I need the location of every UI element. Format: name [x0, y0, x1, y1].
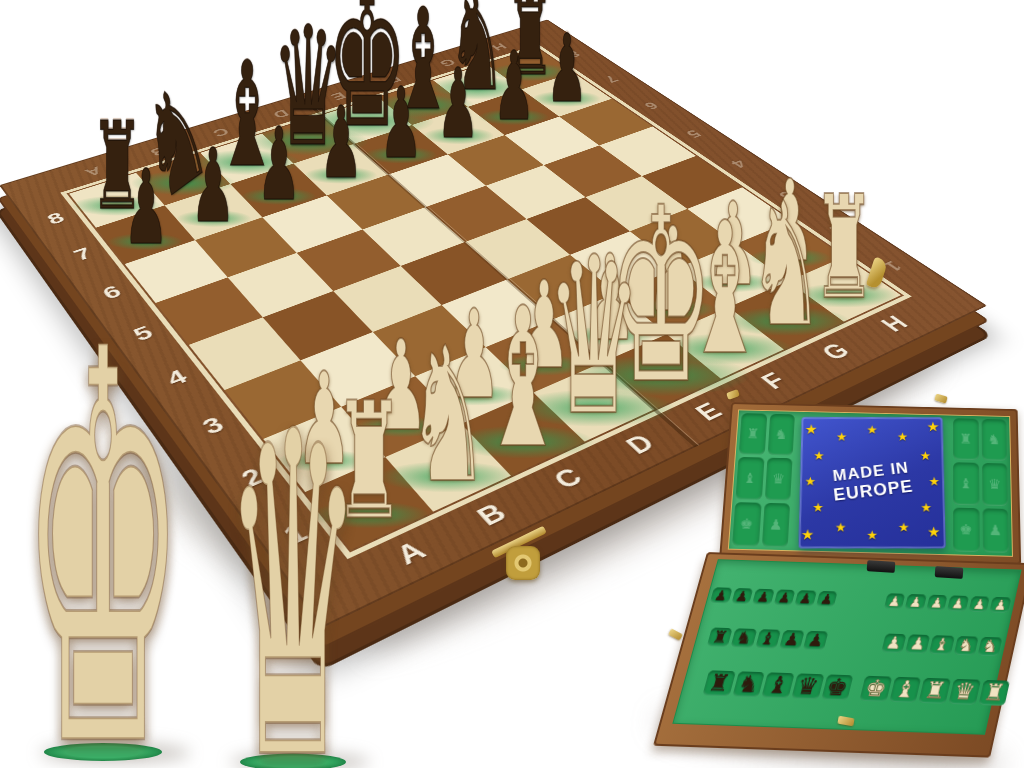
- tray-divider: [837, 607, 881, 609]
- tray-dark-piece: ♟: [731, 588, 753, 604]
- tray-light-piece: ♞: [977, 636, 1002, 655]
- lid-piece-slot: ♛: [764, 458, 792, 501]
- tray-felt: ♟♟♟♟♟♟♟♟♟♟♟♟♜♞♝♟♟♟♟♝♞♞♜♞♝♛♚♚♝♜♛♜: [672, 559, 1021, 735]
- tray-light-piece: ♜: [978, 680, 1010, 706]
- tray-light-piece: ♟: [905, 634, 931, 653]
- white-queen-glyph: ♛: [224, 424, 363, 768]
- tray-dark-piece: ♜: [707, 627, 733, 646]
- tray-side-brass-icon: [668, 628, 683, 640]
- tray-dark-piece: ♛: [791, 674, 824, 700]
- made-in-europe-badge: ★★★★★★★★★★★★★★★★ MADE IN EUROPE: [798, 417, 945, 548]
- tray-light-piece: ♟: [969, 596, 991, 612]
- tray-dark-piece: ♟: [752, 588, 774, 604]
- brass-clasp-hook: [866, 257, 889, 290]
- lid-piece-slot: ♚: [732, 502, 761, 546]
- box-lid: ♜♞♝♛♚♟ ★★★★★★★★★★★★★★★★ MADE IN EUROPE ♜…: [719, 402, 1021, 565]
- box-tray: ♟♟♟♟♟♟♟♟♟♟♟♟♜♞♝♟♟♟♟♝♞♞♜♞♝♛♚♚♝♜♛♜: [653, 552, 1024, 758]
- tray-light-piece: ♛: [948, 679, 980, 705]
- lid-piece-slot: ♝: [735, 457, 764, 500]
- tray-light-piece: ♟: [881, 633, 907, 652]
- tray-dark-piece: ♟: [710, 587, 732, 603]
- brass-latch-icon: [498, 536, 542, 582]
- tray-light-piece: ♟: [947, 595, 969, 611]
- tray-dark-piece: ♟: [795, 590, 817, 606]
- brass-clasp-icon: [868, 258, 888, 292]
- tray-light-piece: ♟: [884, 593, 906, 609]
- tray-light-piece: ♚: [859, 676, 892, 702]
- tray-dark-piece: ♟: [803, 630, 829, 649]
- tray-dark-piece: ♞: [732, 672, 765, 698]
- lid-piece-slot: ♞: [981, 419, 1007, 461]
- lid-piece-slot: ♚: [953, 508, 979, 553]
- tray-dark-piece: ♟: [773, 589, 795, 605]
- tray-divider: [827, 650, 878, 652]
- lid-piece-slot: ♝: [953, 462, 979, 505]
- tray-light-piece: ♞: [953, 635, 978, 654]
- hinge-icon: [867, 560, 896, 573]
- lid-felt: ♜♞♝♛♚♟ ★★★★★★★★★★★★★★★★ MADE IN EUROPE ♜…: [728, 409, 1013, 556]
- badge-text: MADE IN EUROPE: [794, 410, 954, 557]
- foreground-white-queen: ♛: [159, 536, 426, 768]
- tray-row: ♜♞♝♛♚♚♝♜♛♜: [702, 671, 993, 706]
- tray-light-piece: ♜: [919, 678, 951, 704]
- lid-piece-slot: ♟: [982, 508, 1009, 553]
- lid-corner-brass-icon: [934, 394, 947, 404]
- tray-light-piece: ♟: [990, 597, 1012, 613]
- tray-dark-piece: ♞: [731, 628, 757, 647]
- tray-light-piece: ♟: [926, 594, 948, 610]
- storage-box: ♜♞♝♛♚♟ ★★★★★★★★★★★★★★★★ MADE IN EUROPE ♜…: [635, 385, 1024, 768]
- lid-corner-brass-icon: [726, 389, 740, 400]
- tray-dark-piece: ♜: [702, 671, 735, 697]
- lid-piece-slot: ♜: [953, 418, 979, 460]
- lid-piece-slot: ♞: [767, 414, 795, 456]
- lid-slots-left: ♜♞♝♛♚♟: [728, 409, 799, 551]
- tray-light-piece: ♝: [889, 677, 922, 703]
- tray-light-piece: ♝: [929, 635, 954, 654]
- lid-piece-slot: ♟: [761, 503, 790, 547]
- tray-dark-piece: ♚: [821, 675, 854, 701]
- tray-dark-piece: ♟: [816, 591, 838, 607]
- tray-row: ♜♞♝♟♟♟♟♝♞♞: [707, 627, 1003, 656]
- hinge-icon: [935, 566, 964, 579]
- tray-dark-piece: ♟: [779, 629, 805, 648]
- lid-piece-slot: ♜: [739, 413, 767, 455]
- tray-row: ♟♟♟♟♟♟♟♟♟♟♟♟: [710, 587, 1012, 613]
- tray-light-piece: ♟: [905, 594, 927, 610]
- lid-piece-slot: ♛: [982, 463, 1008, 506]
- brass-latch-ornament: [506, 546, 540, 580]
- chess-set-product-photo: ABCDEFGH8877665544332211ABCDEFGH ♜♞♝♛♚♝♞…: [0, 0, 1024, 768]
- tray-dark-piece: ♝: [755, 629, 781, 648]
- lid-slots-right: ♜♞♝♛♚♟: [949, 415, 1013, 557]
- tray-dark-piece: ♝: [761, 673, 794, 699]
